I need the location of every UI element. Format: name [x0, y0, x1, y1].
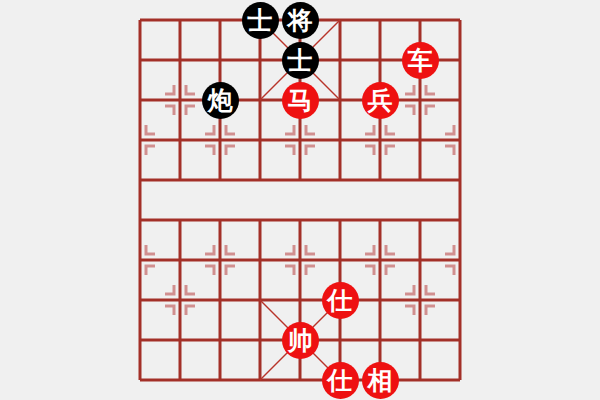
intersection-4-6[interactable]: [280, 240, 320, 280]
intersection-4-2[interactable]: 马: [280, 80, 320, 120]
intersection-8-0[interactable]: [440, 0, 480, 40]
intersection-4-1[interactable]: 士: [280, 40, 320, 80]
intersection-6-9[interactable]: 相: [360, 360, 400, 400]
intersection-1-3[interactable]: [160, 120, 200, 160]
intersection-8-6[interactable]: [440, 240, 480, 280]
piece-red-advisor[interactable]: 仕: [322, 282, 359, 319]
intersection-2-5[interactable]: [200, 200, 240, 240]
intersection-3-1[interactable]: [240, 40, 280, 80]
intersection-0-2[interactable]: [120, 80, 160, 120]
intersection-7-0[interactable]: [400, 0, 440, 40]
intersection-0-7[interactable]: [120, 280, 160, 320]
intersection-2-2[interactable]: 炮: [200, 80, 240, 120]
intersection-5-7[interactable]: 仕: [320, 280, 360, 320]
intersection-0-6[interactable]: [120, 240, 160, 280]
intersection-5-6[interactable]: [320, 240, 360, 280]
intersection-2-6[interactable]: [200, 240, 240, 280]
intersection-7-2[interactable]: [400, 80, 440, 120]
intersection-5-9[interactable]: 仕: [320, 360, 360, 400]
intersection-6-8[interactable]: [360, 320, 400, 360]
intersection-6-2[interactable]: 兵: [360, 80, 400, 120]
intersection-8-8[interactable]: [440, 320, 480, 360]
xiangqi-board: 士将士车炮马兵仕帅仕相: [120, 0, 480, 400]
intersection-5-0[interactable]: [320, 0, 360, 40]
piece-red-horse[interactable]: 马: [282, 82, 319, 119]
intersection-7-7[interactable]: [400, 280, 440, 320]
intersection-0-4[interactable]: [120, 160, 160, 200]
intersection-4-7[interactable]: [280, 280, 320, 320]
piece-black-general[interactable]: 将: [282, 2, 319, 39]
intersection-8-2[interactable]: [440, 80, 480, 120]
intersection-6-6[interactable]: [360, 240, 400, 280]
intersection-2-9[interactable]: [200, 360, 240, 400]
intersection-1-4[interactable]: [160, 160, 200, 200]
intersection-5-8[interactable]: [320, 320, 360, 360]
piece-red-elephant[interactable]: 相: [362, 362, 399, 399]
intersection-0-8[interactable]: [120, 320, 160, 360]
piece-black-advisor[interactable]: 士: [282, 42, 319, 79]
intersection-7-8[interactable]: [400, 320, 440, 360]
intersection-3-0[interactable]: 士: [240, 0, 280, 40]
intersection-8-4[interactable]: [440, 160, 480, 200]
intersection-6-0[interactable]: [360, 0, 400, 40]
intersection-6-4[interactable]: [360, 160, 400, 200]
intersection-0-0[interactable]: [120, 0, 160, 40]
intersection-0-1[interactable]: [120, 40, 160, 80]
intersection-0-5[interactable]: [120, 200, 160, 240]
intersection-1-1[interactable]: [160, 40, 200, 80]
intersection-2-3[interactable]: [200, 120, 240, 160]
intersection-5-4[interactable]: [320, 160, 360, 200]
intersection-7-9[interactable]: [400, 360, 440, 400]
piece-red-chariot[interactable]: 车: [402, 42, 439, 79]
intersection-1-5[interactable]: [160, 200, 200, 240]
intersection-7-5[interactable]: [400, 200, 440, 240]
intersection-6-1[interactable]: [360, 40, 400, 80]
intersection-6-7[interactable]: [360, 280, 400, 320]
intersection-3-3[interactable]: [240, 120, 280, 160]
intersection-2-1[interactable]: [200, 40, 240, 80]
intersection-1-9[interactable]: [160, 360, 200, 400]
intersection-3-5[interactable]: [240, 200, 280, 240]
xiangqi-board-grid: 士将士车炮马兵仕帅仕相: [120, 0, 480, 400]
intersection-8-9[interactable]: [440, 360, 480, 400]
intersection-5-3[interactable]: [320, 120, 360, 160]
piece-red-advisor[interactable]: 仕: [322, 362, 359, 399]
intersection-1-2[interactable]: [160, 80, 200, 120]
intersection-1-0[interactable]: [160, 0, 200, 40]
intersection-4-0[interactable]: 将: [280, 0, 320, 40]
intersection-3-7[interactable]: [240, 280, 280, 320]
intersection-1-7[interactable]: [160, 280, 200, 320]
intersection-7-3[interactable]: [400, 120, 440, 160]
intersection-3-2[interactable]: [240, 80, 280, 120]
intersection-0-3[interactable]: [120, 120, 160, 160]
intersection-8-1[interactable]: [440, 40, 480, 80]
intersection-2-0[interactable]: [200, 0, 240, 40]
intersection-2-8[interactable]: [200, 320, 240, 360]
intersection-3-4[interactable]: [240, 160, 280, 200]
intersection-4-4[interactable]: [280, 160, 320, 200]
piece-black-advisor[interactable]: 士: [242, 2, 279, 39]
intersection-4-9[interactable]: [280, 360, 320, 400]
intersection-3-8[interactable]: [240, 320, 280, 360]
intersection-0-9[interactable]: [120, 360, 160, 400]
intersection-4-8[interactable]: 帅: [280, 320, 320, 360]
intersection-7-4[interactable]: [400, 160, 440, 200]
intersection-8-5[interactable]: [440, 200, 480, 240]
intersection-1-6[interactable]: [160, 240, 200, 280]
intersection-5-2[interactable]: [320, 80, 360, 120]
intersection-8-3[interactable]: [440, 120, 480, 160]
intersection-4-5[interactable]: [280, 200, 320, 240]
piece-black-cannon[interactable]: 炮: [202, 82, 239, 119]
intersection-5-5[interactable]: [320, 200, 360, 240]
intersection-5-1[interactable]: [320, 40, 360, 80]
intersection-6-3[interactable]: [360, 120, 400, 160]
piece-red-general[interactable]: 帅: [282, 322, 319, 359]
piece-red-soldier[interactable]: 兵: [362, 82, 399, 119]
intersection-4-3[interactable]: [280, 120, 320, 160]
intersection-7-1[interactable]: 车: [400, 40, 440, 80]
screenshot-stage: 士将士车炮马兵仕帅仕相: [0, 0, 600, 400]
intersection-1-8[interactable]: [160, 320, 200, 360]
intersection-3-6[interactable]: [240, 240, 280, 280]
intersection-2-4[interactable]: [200, 160, 240, 200]
intersection-3-9[interactable]: [240, 360, 280, 400]
intersection-8-7[interactable]: [440, 280, 480, 320]
intersection-6-5[interactable]: [360, 200, 400, 240]
intersection-2-7[interactable]: [200, 280, 240, 320]
intersection-7-6[interactable]: [400, 240, 440, 280]
